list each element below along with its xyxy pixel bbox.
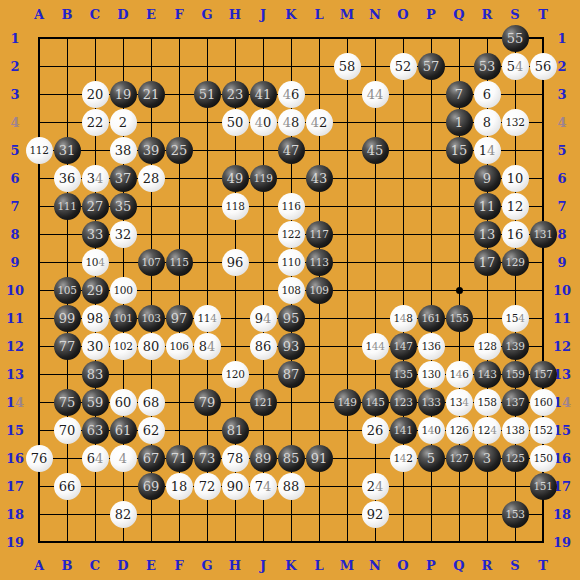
stone-K5[interactable]: 47 [278,137,305,164]
stone-R3[interactable]: 6 [474,81,501,108]
move-number: 118 [226,200,245,212]
move-number: 30 [87,339,104,354]
stone-B10[interactable]: 105 [54,277,81,304]
stone-C15[interactable]: 63 [82,417,109,444]
move-number: 124 [478,424,497,436]
stone-K9[interactable]: 110 [278,249,305,276]
move-number: 161 [422,312,441,324]
move-number: 44 [367,87,384,102]
stone-K10[interactable]: 108 [278,277,305,304]
stone-D11[interactable]: 101 [110,305,137,332]
col-label-bottom-Q: Q [447,558,471,572]
stone-K12[interactable]: 93 [278,333,305,360]
stone-O16[interactable]: 142 [390,445,417,472]
move-number: 22 [87,115,104,130]
move-number: 104 [86,256,105,268]
stone-G16[interactable]: 73 [194,445,221,472]
move-number: 57 [423,59,440,74]
move-number: 78 [227,451,244,466]
stone-C12[interactable]: 30 [82,333,109,360]
stone-O12[interactable]: 147 [390,333,417,360]
move-number: 31 [59,143,76,158]
stone-E17[interactable]: 69 [138,473,165,500]
stone-L16[interactable]: 91 [306,445,333,472]
move-number: 85 [283,451,300,466]
stone-P13[interactable]: 130 [418,361,445,388]
stone-B15[interactable]: 70 [54,417,81,444]
move-number: 150 [534,452,553,464]
move-number: 54 [507,59,524,74]
move-number: 28 [143,171,160,186]
move-number: 10 [507,171,524,186]
stone-O2[interactable]: 52 [390,53,417,80]
row-label-left-19: 19 [3,535,27,549]
move-number: 149 [338,396,357,408]
stone-S6[interactable]: 10 [502,165,529,192]
stone-F5[interactable]: 25 [166,137,193,164]
stone-S13[interactable]: 159 [502,361,529,388]
stone-R8[interactable]: 13 [474,221,501,248]
row-label-left-8: 8 [3,227,27,241]
stone-D5[interactable]: 38 [110,137,137,164]
move-number: 34 [87,171,104,186]
move-number: 95 [283,311,300,326]
move-number: 102 [114,340,133,352]
row-label-left-3: 3 [3,87,27,101]
move-number: 87 [283,367,300,382]
stone-N12[interactable]: 144 [362,333,389,360]
stone-C6[interactable]: 34 [82,165,109,192]
stone-D4[interactable]: 2 [110,109,137,136]
stone-C8[interactable]: 33 [82,221,109,248]
stone-D16[interactable]: 4 [110,445,137,472]
move-number: 105 [58,284,77,296]
stone-E9[interactable]: 107 [138,249,165,276]
col-label-bottom-S: S [503,558,527,572]
stone-C7[interactable]: 27 [82,193,109,220]
stone-J16[interactable]: 89 [250,445,277,472]
stone-F16[interactable]: 71 [166,445,193,472]
move-number: 80 [143,339,160,354]
move-number: 147 [394,340,413,352]
move-number: 138 [506,424,525,436]
col-label-bottom-O: O [391,558,415,572]
stone-D18[interactable]: 82 [110,501,137,528]
stone-G11[interactable]: 114 [194,305,221,332]
stone-C16[interactable]: 64 [82,445,109,472]
move-number: 101 [114,312,133,324]
move-number: 111 [58,200,77,212]
stone-J14[interactable]: 121 [250,389,277,416]
stone-Q14[interactable]: 134 [446,389,473,416]
move-number: 19 [115,87,132,102]
stone-S14[interactable]: 137 [502,389,529,416]
stone-F12[interactable]: 106 [166,333,193,360]
row-label-right-12: 12 [550,339,574,353]
grid-line-horizontal [38,541,544,543]
stone-K13[interactable]: 87 [278,361,305,388]
move-number: 92 [367,507,384,522]
move-number: 99 [59,311,76,326]
move-number: 75 [59,395,76,410]
move-number: 24 [367,479,384,494]
move-number: 141 [394,424,413,436]
move-number: 140 [422,424,441,436]
stone-Q4[interactable]: 1 [446,109,473,136]
move-number: 97 [171,311,188,326]
stone-D10[interactable]: 100 [110,277,137,304]
move-number: 15 [451,143,468,158]
stone-T16[interactable]: 150 [530,445,557,472]
move-number: 120 [226,368,245,380]
move-number: 3 [483,451,491,466]
stone-J4[interactable]: 40 [250,109,277,136]
col-label-top-N: N [363,7,387,21]
stone-H7[interactable]: 118 [222,193,249,220]
row-label-left-10: 10 [3,283,27,297]
stone-S8[interactable]: 16 [502,221,529,248]
stone-K17[interactable]: 88 [278,473,305,500]
stone-L10[interactable]: 109 [306,277,333,304]
col-label-top-L: L [307,7,331,21]
move-number: 126 [450,424,469,436]
move-number: 131 [534,228,553,240]
move-number: 40 [255,115,272,130]
stone-R2[interactable]: 53 [474,53,501,80]
stone-S12[interactable]: 139 [502,333,529,360]
move-number: 134 [450,396,469,408]
row-label-right-7: 7 [550,199,574,213]
move-number: 94 [255,311,272,326]
stone-H13[interactable]: 120 [222,361,249,388]
stone-O11[interactable]: 148 [390,305,417,332]
move-number: 157 [534,368,553,380]
stone-S18[interactable]: 153 [502,501,529,528]
stone-B11[interactable]: 99 [54,305,81,332]
move-number: 113 [310,256,329,268]
stone-G14[interactable]: 79 [194,389,221,416]
stone-S16[interactable]: 125 [502,445,529,472]
stone-C13[interactable]: 83 [82,361,109,388]
stone-N5[interactable]: 45 [362,137,389,164]
stone-S15[interactable]: 138 [502,417,529,444]
move-number: 73 [199,451,216,466]
move-number: 32 [115,227,132,242]
stone-T14[interactable]: 160 [530,389,557,416]
move-number: 53 [479,59,496,74]
stone-Q3[interactable]: 7 [446,81,473,108]
move-number: 96 [227,255,244,270]
stone-N17[interactable]: 24 [362,473,389,500]
stone-P15[interactable]: 140 [418,417,445,444]
stone-R7[interactable]: 11 [474,193,501,220]
stone-F11[interactable]: 97 [166,305,193,332]
stone-G17[interactable]: 72 [194,473,221,500]
stone-Q15[interactable]: 126 [446,417,473,444]
row-label-left-16: 16 [3,451,27,465]
stone-F9[interactable]: 115 [166,249,193,276]
move-number: 4 [119,451,127,466]
stone-C4[interactable]: 22 [82,109,109,136]
go-board[interactable]: AABBCCDDEEFFGGHHJJKKLLMMNNOOPPQQRRSSTT11… [0,0,580,580]
stone-T8[interactable]: 131 [530,221,557,248]
stone-E15[interactable]: 62 [138,417,165,444]
stone-C3[interactable]: 20 [82,81,109,108]
move-number: 160 [534,396,553,408]
stone-P2[interactable]: 57 [418,53,445,80]
move-number: 125 [506,452,525,464]
move-number: 9 [483,171,491,186]
stone-J3[interactable]: 41 [250,81,277,108]
stone-D14[interactable]: 60 [110,389,137,416]
stone-N3[interactable]: 44 [362,81,389,108]
stone-D7[interactable]: 35 [110,193,137,220]
stone-P16[interactable]: 5 [418,445,445,472]
col-label-bottom-K: K [279,558,303,572]
stone-H9[interactable]: 96 [222,249,249,276]
move-number: 29 [87,283,104,298]
move-number: 2 [119,115,127,130]
stone-O13[interactable]: 135 [390,361,417,388]
stone-L9[interactable]: 113 [306,249,333,276]
move-number: 49 [227,171,244,186]
stone-L4[interactable]: 42 [306,109,333,136]
stone-Q11[interactable]: 155 [446,305,473,332]
stone-N15[interactable]: 26 [362,417,389,444]
stone-C10[interactable]: 29 [82,277,109,304]
move-number: 121 [254,396,273,408]
move-number: 88 [283,479,300,494]
stone-J17[interactable]: 74 [250,473,277,500]
stone-L6[interactable]: 43 [306,165,333,192]
stone-D15[interactable]: 61 [110,417,137,444]
stone-R14[interactable]: 158 [474,389,501,416]
col-label-bottom-G: G [195,558,219,572]
stone-H17[interactable]: 90 [222,473,249,500]
col-label-top-O: O [391,7,415,21]
row-label-left-13: 13 [3,367,27,381]
stone-T2[interactable]: 56 [530,53,557,80]
stone-S4[interactable]: 132 [502,109,529,136]
stone-E16[interactable]: 67 [138,445,165,472]
move-number: 151 [534,480,553,492]
stone-C9[interactable]: 104 [82,249,109,276]
stone-E3[interactable]: 21 [138,81,165,108]
move-number: 14 [479,143,496,158]
move-number: 8 [483,115,491,130]
stone-E14[interactable]: 68 [138,389,165,416]
stone-K4[interactable]: 48 [278,109,305,136]
move-number: 16 [507,227,524,242]
col-label-top-E: E [139,7,163,21]
stone-D12[interactable]: 102 [110,333,137,360]
stone-D6[interactable]: 37 [110,165,137,192]
stone-R5[interactable]: 14 [474,137,501,164]
stone-H15[interactable]: 81 [222,417,249,444]
stone-K11[interactable]: 95 [278,305,305,332]
move-number: 23 [227,87,244,102]
stone-L8[interactable]: 117 [306,221,333,248]
row-label-right-19: 19 [550,535,574,549]
stone-O15[interactable]: 141 [390,417,417,444]
stone-P12[interactable]: 136 [418,333,445,360]
col-label-bottom-E: E [139,558,163,572]
stone-F17[interactable]: 18 [166,473,193,500]
move-number: 39 [143,143,160,158]
stone-B7[interactable]: 111 [54,193,81,220]
row-label-right-5: 5 [550,143,574,157]
row-label-left-7: 7 [3,199,27,213]
move-number: 127 [450,452,469,464]
stone-H4[interactable]: 50 [222,109,249,136]
stone-E11[interactable]: 103 [138,305,165,332]
row-label-right-4: 4 [550,115,574,129]
stone-B14[interactable]: 75 [54,389,81,416]
stone-R13[interactable]: 143 [474,361,501,388]
stone-K16[interactable]: 85 [278,445,305,472]
stone-E6[interactable]: 28 [138,165,165,192]
stone-K8[interactable]: 122 [278,221,305,248]
stone-J6[interactable]: 119 [250,165,277,192]
stone-G3[interactable]: 51 [194,81,221,108]
col-label-top-H: H [223,7,247,21]
star-point-Q10 [456,287,463,294]
stone-R6[interactable]: 9 [474,165,501,192]
grid-line-vertical [347,37,348,543]
row-label-left-9: 9 [3,255,27,269]
move-number: 116 [282,200,301,212]
stone-P14[interactable]: 133 [418,389,445,416]
stone-H3[interactable]: 23 [222,81,249,108]
move-number: 7 [455,87,463,102]
move-number: 52 [395,59,412,74]
move-number: 129 [506,256,525,268]
move-number: 136 [422,340,441,352]
move-number: 132 [506,116,525,128]
move-number: 27 [87,199,104,214]
move-number: 135 [394,368,413,380]
col-label-top-A: A [27,7,51,21]
stone-D8[interactable]: 32 [110,221,137,248]
move-number: 45 [367,143,384,158]
stone-J12[interactable]: 86 [250,333,277,360]
col-label-top-K: K [279,7,303,21]
col-label-bottom-A: A [27,558,51,572]
row-label-left-14: 14 [3,395,27,409]
move-number: 103 [142,312,161,324]
stone-N18[interactable]: 92 [362,501,389,528]
stone-P11[interactable]: 161 [418,305,445,332]
col-label-bottom-T: T [531,558,555,572]
move-number: 33 [87,227,104,242]
move-number: 122 [282,228,301,240]
stone-R15[interactable]: 124 [474,417,501,444]
move-number: 51 [199,87,216,102]
move-number: 11 [479,199,496,214]
stone-T13[interactable]: 157 [530,361,557,388]
stone-N14[interactable]: 145 [362,389,389,416]
stone-Q5[interactable]: 15 [446,137,473,164]
stone-O14[interactable]: 123 [390,389,417,416]
stone-K3[interactable]: 46 [278,81,305,108]
move-number: 84 [199,339,216,354]
col-label-top-Q: Q [447,7,471,21]
move-number: 21 [143,87,160,102]
move-number: 89 [255,451,272,466]
stone-Q13[interactable]: 146 [446,361,473,388]
col-label-top-C: C [83,7,107,21]
stone-E5[interactable]: 39 [138,137,165,164]
stone-G12[interactable]: 84 [194,333,221,360]
move-number: 41 [255,87,272,102]
move-number: 37 [115,171,132,186]
stone-R4[interactable]: 8 [474,109,501,136]
stone-C14[interactable]: 59 [82,389,109,416]
stone-B6[interactable]: 36 [54,165,81,192]
stone-M2[interactable]: 58 [334,53,361,80]
stone-S9[interactable]: 129 [502,249,529,276]
move-number: 47 [283,143,300,158]
move-number: 55 [507,31,524,46]
move-number: 98 [87,311,104,326]
stone-S11[interactable]: 154 [502,305,529,332]
move-number: 145 [366,396,385,408]
move-number: 130 [422,368,441,380]
move-number: 148 [394,312,413,324]
move-number: 74 [255,479,272,494]
move-number: 62 [143,423,160,438]
stone-R12[interactable]: 128 [474,333,501,360]
move-number: 64 [87,451,104,466]
stone-A5[interactable]: 112 [26,137,53,164]
stone-Q16[interactable]: 127 [446,445,473,472]
stone-T15[interactable]: 152 [530,417,557,444]
col-label-bottom-P: P [419,558,443,572]
move-number: 90 [227,479,244,494]
stone-S1[interactable]: 55 [502,25,529,52]
stone-A16[interactable]: 76 [26,445,53,472]
col-label-top-P: P [419,7,443,21]
col-label-bottom-J: J [251,558,275,572]
move-number: 123 [394,396,413,408]
move-number: 76 [31,451,48,466]
stone-K7[interactable]: 116 [278,193,305,220]
stone-B17[interactable]: 66 [54,473,81,500]
stone-E12[interactable]: 80 [138,333,165,360]
move-number: 81 [227,423,244,438]
stone-B12[interactable]: 77 [54,333,81,360]
col-label-top-F: F [167,7,191,21]
stone-S2[interactable]: 54 [502,53,529,80]
stone-C11[interactable]: 98 [82,305,109,332]
stone-J11[interactable]: 94 [250,305,277,332]
stone-T17[interactable]: 151 [530,473,557,500]
stone-M14[interactable]: 149 [334,389,361,416]
move-number: 117 [310,228,329,240]
stone-H16[interactable]: 78 [222,445,249,472]
stone-H6[interactable]: 49 [222,165,249,192]
stone-S7[interactable]: 12 [502,193,529,220]
move-number: 61 [115,423,132,438]
move-number: 107 [142,256,161,268]
stone-R16[interactable]: 3 [474,445,501,472]
row-label-right-1: 1 [550,31,574,45]
stone-B5[interactable]: 31 [54,137,81,164]
stone-R9[interactable]: 17 [474,249,501,276]
stone-D3[interactable]: 19 [110,81,137,108]
move-number: 13 [479,227,496,242]
move-number: 154 [506,312,525,324]
